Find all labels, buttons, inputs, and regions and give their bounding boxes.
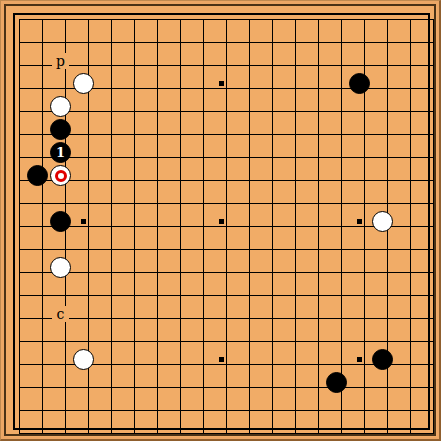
- point-label-text: p: [52, 53, 69, 69]
- point-label-p[interactable]: p: [49, 49, 72, 72]
- star-point-dot: [357, 357, 362, 362]
- white-stone-C8[interactable]: [49, 256, 72, 279]
- black-stone-C10[interactable]: [49, 210, 72, 233]
- point-label-text: c: [52, 306, 69, 322]
- white-stone[interactable]: [73, 349, 94, 370]
- point-label-c[interactable]: c: [49, 302, 72, 325]
- black-stone-C13[interactable]: 1: [49, 141, 72, 164]
- star-point: [210, 348, 233, 371]
- white-stone-C15[interactable]: [49, 95, 72, 118]
- black-stone-P3[interactable]: [325, 371, 348, 394]
- black-stone-R4[interactable]: [371, 348, 394, 371]
- black-stone[interactable]: 1: [50, 142, 71, 163]
- white-stone-D4[interactable]: [72, 348, 95, 371]
- star-point-dot: [219, 219, 224, 224]
- go-board-diagram: pc1: [0, 0, 441, 441]
- star-point: [210, 210, 233, 233]
- white-stone[interactable]: [50, 257, 71, 278]
- star-point: [348, 348, 371, 371]
- star-point: [348, 210, 371, 233]
- black-stone[interactable]: [50, 119, 71, 140]
- white-stone-C12[interactable]: [49, 164, 72, 187]
- move-number: 1: [56, 146, 65, 159]
- white-stone[interactable]: [50, 165, 71, 186]
- star-point-dot: [81, 219, 86, 224]
- star-point: [72, 210, 95, 233]
- star-point-dot: [357, 219, 362, 224]
- black-stone[interactable]: [27, 165, 48, 186]
- black-stone-B12[interactable]: [26, 164, 49, 187]
- star-point-dot: [219, 357, 224, 362]
- white-stone-D16[interactable]: [72, 72, 95, 95]
- star-point: [210, 72, 233, 95]
- black-stone[interactable]: [50, 211, 71, 232]
- star-point-dot: [219, 81, 224, 86]
- white-stone[interactable]: [73, 73, 94, 94]
- circle-marker-icon: [55, 170, 67, 182]
- black-stone[interactable]: [326, 372, 347, 393]
- black-stone[interactable]: [349, 73, 370, 94]
- white-stone-R10[interactable]: [371, 210, 394, 233]
- white-stone[interactable]: [50, 96, 71, 117]
- black-stone[interactable]: [372, 349, 393, 370]
- black-stone-Q16[interactable]: [348, 72, 371, 95]
- go-grid[interactable]: pc1: [3, 3, 440, 440]
- black-stone-C14[interactable]: [49, 118, 72, 141]
- white-stone[interactable]: [372, 211, 393, 232]
